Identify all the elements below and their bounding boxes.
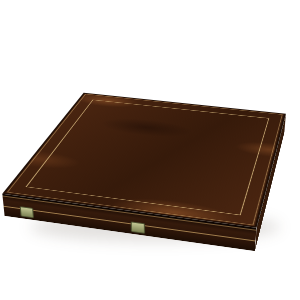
board-squares: [31, 101, 265, 212]
chess-board-3d: [2, 93, 286, 228]
brass-hinge: [130, 221, 144, 233]
chess-set-photo: [0, 0, 300, 300]
brass-latch: [20, 206, 34, 218]
